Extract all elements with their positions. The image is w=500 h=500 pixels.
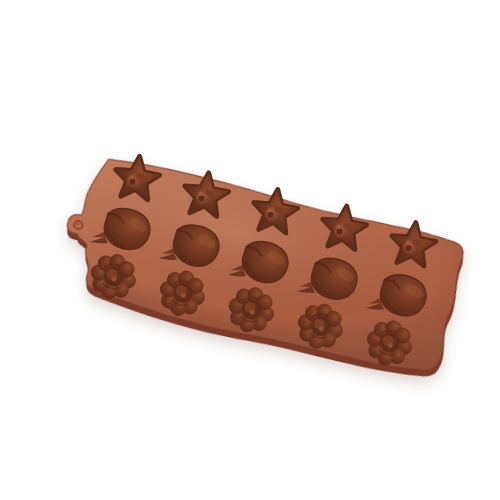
hanging-hole xyxy=(73,220,83,230)
scene xyxy=(0,0,500,500)
chocolate-mold-tray xyxy=(49,143,474,387)
